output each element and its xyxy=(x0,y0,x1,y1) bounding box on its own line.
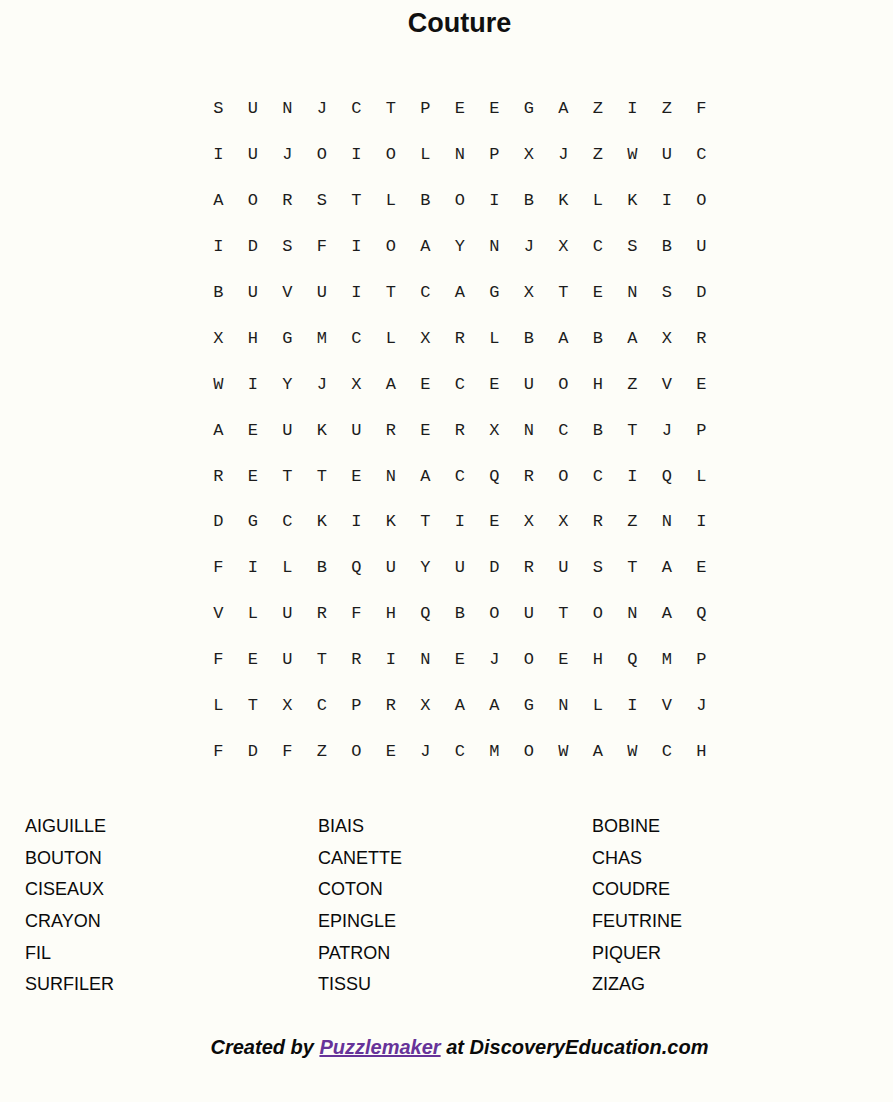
grid-cell-r6c10: B xyxy=(512,315,547,361)
grid-cell-r7c9: E xyxy=(477,361,512,407)
grid-cell-r9c11: O xyxy=(546,453,581,499)
grid-cell-r15c5: O xyxy=(339,728,374,774)
grid-cell-r10c2: G xyxy=(236,499,271,545)
grid-cell-r15c7: J xyxy=(408,728,443,774)
grid-cell-r4c15: U xyxy=(684,224,719,270)
grid-cell-r3c11: K xyxy=(546,178,581,224)
grid-cell-r6c14: X xyxy=(650,315,685,361)
grid-cell-r9c14: Q xyxy=(650,453,685,499)
grid-cell-r15c14: C xyxy=(650,728,685,774)
word-list-item: COUDRE xyxy=(592,874,682,906)
attribution-footer: Created by Puzzlemaker at DiscoveryEduca… xyxy=(26,1036,893,1059)
grid-cell-r1c5: C xyxy=(339,86,374,132)
grid-cell-r1c15: F xyxy=(684,86,719,132)
grid-cell-r8c1: A xyxy=(201,407,236,453)
grid-cell-r10c9: E xyxy=(477,499,512,545)
grid-cell-r10c15: I xyxy=(684,499,719,545)
grid-cell-r6c12: B xyxy=(581,315,616,361)
grid-cell-r4c12: C xyxy=(581,224,616,270)
grid-cell-r11c15: E xyxy=(684,545,719,591)
grid-cell-r10c10: X xyxy=(512,499,547,545)
grid-cell-r12c2: L xyxy=(236,591,271,637)
grid-cell-r3c15: O xyxy=(684,178,719,224)
grid-cell-r1c6: T xyxy=(374,86,409,132)
grid-cell-r2c10: X xyxy=(512,132,547,178)
grid-cell-r15c3: F xyxy=(270,728,305,774)
grid-cell-r3c1: A xyxy=(201,178,236,224)
grid-cell-r3c12: L xyxy=(581,178,616,224)
grid-cell-r7c1: W xyxy=(201,361,236,407)
grid-cell-r11c1: F xyxy=(201,545,236,591)
grid-cell-r6c9: L xyxy=(477,315,512,361)
puzzle-title: Couture xyxy=(26,8,893,39)
grid-cell-r1c9: E xyxy=(477,86,512,132)
word-list-item: SURFILER xyxy=(25,969,114,1001)
grid-cell-r7c7: E xyxy=(408,361,443,407)
grid-cell-r10c4: K xyxy=(305,499,340,545)
grid-cell-r5c3: V xyxy=(270,270,305,316)
grid-cell-r5c14: S xyxy=(650,270,685,316)
grid-cell-r1c14: Z xyxy=(650,86,685,132)
word-list-item: CANETTE xyxy=(318,843,402,875)
word-list-item: PATRON xyxy=(318,938,402,970)
grid-cell-r14c5: P xyxy=(339,683,374,729)
grid-cell-r9c4: T xyxy=(305,453,340,499)
grid-cell-r12c3: U xyxy=(270,591,305,637)
grid-cell-r3c2: O xyxy=(236,178,271,224)
grid-cell-r14c6: R xyxy=(374,683,409,729)
grid-cell-r11c6: U xyxy=(374,545,409,591)
grid-cell-r7c3: Y xyxy=(270,361,305,407)
grid-cell-r11c11: U xyxy=(546,545,581,591)
word-list-item: FIL xyxy=(25,938,114,970)
grid-cell-r2c12: Z xyxy=(581,132,616,178)
grid-cell-r12c8: B xyxy=(443,591,478,637)
grid-cell-r12c10: U xyxy=(512,591,547,637)
grid-cell-r15c10: O xyxy=(512,728,547,774)
grid-cell-r3c14: I xyxy=(650,178,685,224)
grid-cell-r14c15: J xyxy=(684,683,719,729)
word-list-item: CISEAUX xyxy=(25,874,114,906)
grid-cell-r8c11: C xyxy=(546,407,581,453)
grid-cell-r7c2: I xyxy=(236,361,271,407)
grid-cell-r15c8: C xyxy=(443,728,478,774)
grid-cell-r12c11: T xyxy=(546,591,581,637)
grid-cell-r12c13: N xyxy=(615,591,650,637)
grid-cell-r7c10: U xyxy=(512,361,547,407)
grid-cell-r15c11: W xyxy=(546,728,581,774)
word-list-item: BOUTON xyxy=(25,843,114,875)
grid-cell-r9c7: A xyxy=(408,453,443,499)
grid-cell-r14c11: N xyxy=(546,683,581,729)
grid-cell-r15c2: D xyxy=(236,728,271,774)
grid-cell-r2c2: U xyxy=(236,132,271,178)
grid-cell-r3c10: B xyxy=(512,178,547,224)
grid-cell-r1c4: J xyxy=(305,86,340,132)
grid-cell-r14c13: I xyxy=(615,683,650,729)
grid-cell-r9c5: E xyxy=(339,453,374,499)
grid-cell-r8c10: N xyxy=(512,407,547,453)
grid-cell-r10c13: Z xyxy=(615,499,650,545)
word-list-column-3: BOBINECHASCOUDREFEUTRINEPIQUERZIZAG xyxy=(592,811,682,1001)
grid-cell-r9c15: L xyxy=(684,453,719,499)
word-list-item: CHAS xyxy=(592,843,682,875)
word-list-item: EPINGLE xyxy=(318,906,402,938)
puzzle-page: Couture SUNJCTPEEGAZIZFIUJOIOLNPXJZWUCAO… xyxy=(0,0,893,1102)
grid-cell-r13c10: O xyxy=(512,637,547,683)
grid-cell-r15c12: A xyxy=(581,728,616,774)
grid-cell-r11c7: Y xyxy=(408,545,443,591)
grid-cell-r15c9: M xyxy=(477,728,512,774)
grid-cell-r6c1: X xyxy=(201,315,236,361)
grid-cell-r1c8: E xyxy=(443,86,478,132)
grid-cell-r8c9: X xyxy=(477,407,512,453)
grid-cell-r14c14: V xyxy=(650,683,685,729)
grid-cell-r2c15: C xyxy=(684,132,719,178)
grid-cell-r11c3: L xyxy=(270,545,305,591)
grid-cell-r11c8: U xyxy=(443,545,478,591)
grid-cell-r10c3: C xyxy=(270,499,305,545)
word-list-item: COTON xyxy=(318,874,402,906)
word-list-item: CRAYON xyxy=(25,906,114,938)
grid-cell-r12c15: Q xyxy=(684,591,719,637)
grid-cell-r10c14: N xyxy=(650,499,685,545)
grid-cell-r2c1: I xyxy=(201,132,236,178)
grid-cell-r9c13: I xyxy=(615,453,650,499)
grid-cell-r6c5: C xyxy=(339,315,374,361)
grid-cell-r13c8: E xyxy=(443,637,478,683)
grid-cell-r8c15: P xyxy=(684,407,719,453)
word-list-item: AIGUILLE xyxy=(25,811,114,843)
grid-cell-r12c1: V xyxy=(201,591,236,637)
grid-cell-r9c6: N xyxy=(374,453,409,499)
grid-cell-r13c3: U xyxy=(270,637,305,683)
grid-cell-r7c14: V xyxy=(650,361,685,407)
grid-cell-r14c7: X xyxy=(408,683,443,729)
grid-cell-r3c5: T xyxy=(339,178,374,224)
grid-cell-r13c6: I xyxy=(374,637,409,683)
grid-cell-r3c13: K xyxy=(615,178,650,224)
grid-cell-r13c2: E xyxy=(236,637,271,683)
grid-cell-r8c4: K xyxy=(305,407,340,453)
grid-cell-r2c6: O xyxy=(374,132,409,178)
word-list-item: PIQUER xyxy=(592,938,682,970)
grid-cell-r5c5: I xyxy=(339,270,374,316)
grid-cell-r14c10: G xyxy=(512,683,547,729)
grid-cell-r13c9: J xyxy=(477,637,512,683)
grid-cell-r9c1: R xyxy=(201,453,236,499)
grid-cell-r2c4: O xyxy=(305,132,340,178)
grid-cell-r6c6: L xyxy=(374,315,409,361)
grid-cell-r5c1: B xyxy=(201,270,236,316)
grid-cell-r5c6: T xyxy=(374,270,409,316)
word-list-item: FEUTRINE xyxy=(592,906,682,938)
grid-cell-r4c4: F xyxy=(305,224,340,270)
grid-cell-r14c1: L xyxy=(201,683,236,729)
grid-cell-r9c10: R xyxy=(512,453,547,499)
grid-cell-r1c12: Z xyxy=(581,86,616,132)
grid-cell-r5c13: N xyxy=(615,270,650,316)
grid-cell-r2c11: J xyxy=(546,132,581,178)
grid-cell-r7c11: O xyxy=(546,361,581,407)
word-list-item: BIAIS xyxy=(318,811,402,843)
grid-cell-r7c4: J xyxy=(305,361,340,407)
grid-cell-r3c9: I xyxy=(477,178,512,224)
grid-cell-r4c11: X xyxy=(546,224,581,270)
grid-cell-r13c11: E xyxy=(546,637,581,683)
grid-cell-r12c12: O xyxy=(581,591,616,637)
grid-cell-r1c7: P xyxy=(408,86,443,132)
word-list-column-2: BIAISCANETTECOTONEPINGLEPATRONTISSU xyxy=(318,811,402,1001)
grid-cell-r8c5: U xyxy=(339,407,374,453)
grid-cell-r9c12: C xyxy=(581,453,616,499)
grid-cell-r3c4: S xyxy=(305,178,340,224)
grid-cell-r14c8: A xyxy=(443,683,478,729)
grid-cell-r11c13: T xyxy=(615,545,650,591)
grid-cell-r8c12: B xyxy=(581,407,616,453)
grid-cell-r9c8: C xyxy=(443,453,478,499)
word-search-grid: SUNJCTPEEGAZIZFIUJOIOLNPXJZWUCAORSTLBOIB… xyxy=(201,86,719,774)
grid-cell-r6c7: X xyxy=(408,315,443,361)
grid-cell-r1c13: I xyxy=(615,86,650,132)
grid-cell-r5c12: E xyxy=(581,270,616,316)
grid-cell-r4c8: Y xyxy=(443,224,478,270)
grid-cell-r1c11: A xyxy=(546,86,581,132)
grid-cell-r5c8: A xyxy=(443,270,478,316)
grid-cell-r5c11: T xyxy=(546,270,581,316)
grid-cell-r7c13: Z xyxy=(615,361,650,407)
grid-cell-r8c8: R xyxy=(443,407,478,453)
grid-cell-r1c3: N xyxy=(270,86,305,132)
grid-cell-r11c4: B xyxy=(305,545,340,591)
grid-cell-r1c1: S xyxy=(201,86,236,132)
grid-cell-r5c2: U xyxy=(236,270,271,316)
grid-cell-r7c12: H xyxy=(581,361,616,407)
grid-cell-r9c9: Q xyxy=(477,453,512,499)
grid-cell-r4c5: I xyxy=(339,224,374,270)
grid-cell-r11c9: D xyxy=(477,545,512,591)
grid-cell-r11c12: S xyxy=(581,545,616,591)
grid-cell-r2c13: W xyxy=(615,132,650,178)
grid-cell-r2c14: U xyxy=(650,132,685,178)
grid-cell-r13c1: F xyxy=(201,637,236,683)
grid-cell-r12c5: F xyxy=(339,591,374,637)
grid-cell-r12c9: O xyxy=(477,591,512,637)
grid-cell-r6c13: A xyxy=(615,315,650,361)
grid-cell-r2c5: I xyxy=(339,132,374,178)
grid-cell-r1c2: U xyxy=(236,86,271,132)
grid-cell-r4c2: D xyxy=(236,224,271,270)
grid-cell-r13c7: N xyxy=(408,637,443,683)
grid-cell-r11c14: A xyxy=(650,545,685,591)
grid-cell-r2c3: J xyxy=(270,132,305,178)
grid-cell-r1c10: G xyxy=(512,86,547,132)
footer-suffix-text: at DiscoveryEducation.com xyxy=(441,1036,709,1058)
word-list-column-1: AIGUILLEBOUTONCISEAUXCRAYONFILSURFILER xyxy=(25,811,114,1001)
grid-cell-r13c4: T xyxy=(305,637,340,683)
grid-cell-r3c6: L xyxy=(374,178,409,224)
grid-cell-r5c15: D xyxy=(684,270,719,316)
grid-cell-r4c10: J xyxy=(512,224,547,270)
grid-cell-r13c5: R xyxy=(339,637,374,683)
grid-cell-r2c7: L xyxy=(408,132,443,178)
grid-cell-r4c1: I xyxy=(201,224,236,270)
grid-cell-r3c3: R xyxy=(270,178,305,224)
grid-cell-r15c13: W xyxy=(615,728,650,774)
grid-cell-r12c14: A xyxy=(650,591,685,637)
grid-cell-r14c2: T xyxy=(236,683,271,729)
grid-cell-r12c6: H xyxy=(374,591,409,637)
grid-cell-r12c7: Q xyxy=(408,591,443,637)
grid-cell-r6c8: R xyxy=(443,315,478,361)
grid-cell-r7c5: X xyxy=(339,361,374,407)
grid-cell-r14c9: A xyxy=(477,683,512,729)
grid-cell-r8c3: U xyxy=(270,407,305,453)
grid-cell-r2c8: N xyxy=(443,132,478,178)
grid-cell-r13c15: P xyxy=(684,637,719,683)
grid-cell-r5c9: G xyxy=(477,270,512,316)
grid-cell-r11c10: R xyxy=(512,545,547,591)
grid-cell-r4c14: B xyxy=(650,224,685,270)
grid-cell-r15c4: Z xyxy=(305,728,340,774)
word-list-item: BOBINE xyxy=(592,811,682,843)
grid-cell-r4c7: A xyxy=(408,224,443,270)
grid-cell-r8c14: J xyxy=(650,407,685,453)
grid-cell-r3c7: B xyxy=(408,178,443,224)
grid-cell-r4c3: S xyxy=(270,224,305,270)
puzzlemaker-link[interactable]: Puzzlemaker xyxy=(319,1036,440,1058)
footer-prefix-text: Created by xyxy=(211,1036,320,1058)
word-list-item: TISSU xyxy=(318,969,402,1001)
grid-cell-r10c1: D xyxy=(201,499,236,545)
grid-cell-r6c15: R xyxy=(684,315,719,361)
grid-cell-r6c11: A xyxy=(546,315,581,361)
grid-cell-r5c7: C xyxy=(408,270,443,316)
grid-cell-r13c13: Q xyxy=(615,637,650,683)
grid-cell-r10c12: R xyxy=(581,499,616,545)
grid-cell-r10c8: I xyxy=(443,499,478,545)
grid-cell-r5c4: U xyxy=(305,270,340,316)
grid-cell-r10c6: K xyxy=(374,499,409,545)
grid-cell-r10c5: I xyxy=(339,499,374,545)
grid-cell-r14c4: C xyxy=(305,683,340,729)
grid-cell-r6c2: H xyxy=(236,315,271,361)
grid-cell-r8c2: E xyxy=(236,407,271,453)
grid-cell-r7c15: E xyxy=(684,361,719,407)
grid-cell-r3c8: O xyxy=(443,178,478,224)
grid-cell-r15c6: E xyxy=(374,728,409,774)
grid-cell-r15c1: F xyxy=(201,728,236,774)
grid-cell-r4c6: O xyxy=(374,224,409,270)
grid-cell-r4c9: N xyxy=(477,224,512,270)
grid-cell-r13c14: M xyxy=(650,637,685,683)
grid-cell-r9c3: T xyxy=(270,453,305,499)
grid-cell-r2c9: P xyxy=(477,132,512,178)
grid-cell-r6c3: G xyxy=(270,315,305,361)
grid-cell-r9c2: E xyxy=(236,453,271,499)
grid-cell-r13c12: H xyxy=(581,637,616,683)
grid-cell-r4c13: S xyxy=(615,224,650,270)
grid-cell-r14c12: L xyxy=(581,683,616,729)
grid-cell-r7c6: A xyxy=(374,361,409,407)
grid-cell-r10c7: T xyxy=(408,499,443,545)
word-list-item: ZIZAG xyxy=(592,969,682,1001)
grid-cell-r11c2: I xyxy=(236,545,271,591)
grid-cell-r12c4: R xyxy=(305,591,340,637)
grid-cell-r7c8: C xyxy=(443,361,478,407)
grid-cell-r10c11: X xyxy=(546,499,581,545)
grid-cell-r5c10: X xyxy=(512,270,547,316)
grid-cell-r8c7: E xyxy=(408,407,443,453)
grid-cell-r15c15: H xyxy=(684,728,719,774)
grid-cell-r14c3: X xyxy=(270,683,305,729)
grid-cell-r11c5: Q xyxy=(339,545,374,591)
grid-cell-r6c4: M xyxy=(305,315,340,361)
grid-cell-r8c6: R xyxy=(374,407,409,453)
grid-cell-r8c13: T xyxy=(615,407,650,453)
